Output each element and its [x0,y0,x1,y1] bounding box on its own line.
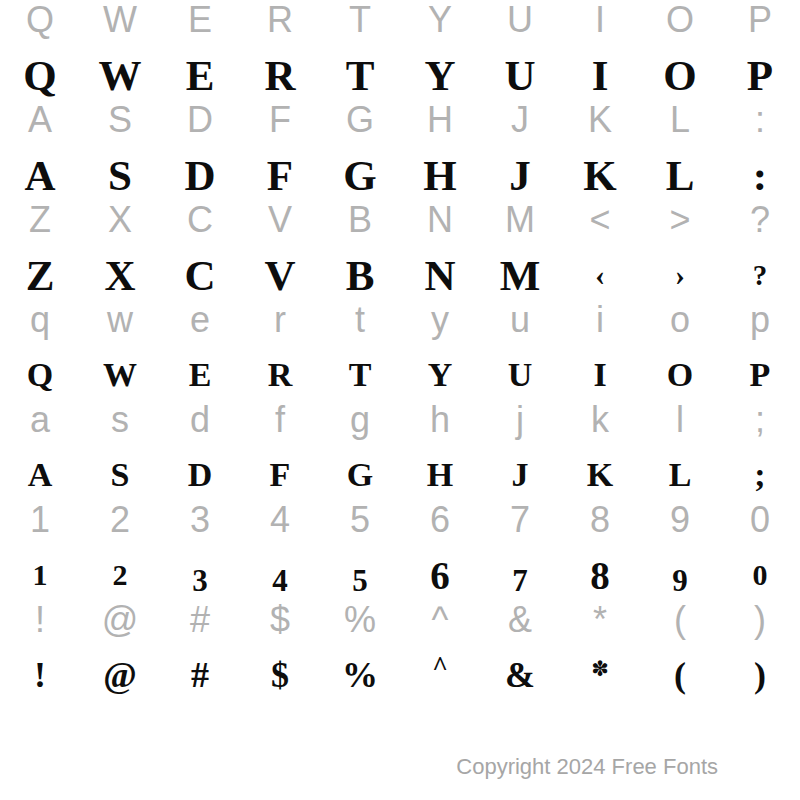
glyph-cell-r10c1: A [0,450,80,500]
glyph-cell-r7c5: t [320,295,400,345]
glyph-cell-r8c2: W [80,350,160,400]
glyph-cell-r8c10: P [720,350,800,400]
glyph-cell-r9c4: f [240,395,320,445]
glyph-cell-r8c7: U [480,350,560,400]
glyph-cell-r10c5: G [320,450,400,500]
glyph-cell-r10c4: F [240,450,320,500]
glyph-cell-r13c7: & [480,595,560,645]
glyph-cell-r11c10: 0 [720,495,800,545]
glyph-cell-r6c7: M [480,250,560,300]
glyph-cell-r5c1: Z [0,195,80,245]
glyph-cell-r3c4: F [240,95,320,145]
glyph-cell-r4c4: F [240,150,320,200]
glyph-cell-r3c9: L [640,95,720,145]
glyph-cell-r6c5: B [320,250,400,300]
glyph-cell-r10c3: D [160,450,240,500]
glyph-cell-r14c6: ^ [400,641,480,691]
glyph-cell-r3c7: J [480,95,560,145]
glyph-cell-r2c6: Y [400,50,480,100]
glyph-cell-r2c10: P [720,50,800,100]
glyph-cell-r7c9: o [640,295,720,345]
glyph-cell-r4c10: : [720,150,800,200]
glyph-cell-r7c4: r [240,295,320,345]
glyph-cell-r11c4: 4 [240,495,320,545]
glyph-cell-r2c3: E [160,50,240,100]
glyph-cell-r11c1: 1 [0,495,80,545]
glyph-cell-r5c7: M [480,195,560,245]
glyph-cell-r1c6: Y [400,0,480,45]
footer: Copyright 2024 Free Fonts [0,700,800,800]
glyph-cell-r1c10: P [720,0,800,45]
glyph-cell-r7c3: e [160,295,240,345]
glyph-cell-r9c8: k [560,395,640,445]
glyph-cell-r3c3: D [160,95,240,145]
glyph-cell-r14c3: # [160,650,240,700]
glyph-cell-r1c8: I [560,0,640,45]
glyph-cell-r9c7: j [480,395,560,445]
glyph-cell-r4c3: D [160,150,240,200]
glyph-cell-r1c5: T [320,0,400,45]
glyph-cell-r9c5: g [320,395,400,445]
glyph-cell-r11c9: 9 [640,495,720,545]
glyph-cell-r6c3: C [160,250,240,300]
glyph-cell-r11c5: 5 [320,495,400,545]
glyph-cell-r8c9: O [640,350,720,400]
glyph-cell-r7c10: p [720,295,800,345]
glyph-cell-r4c2: S [80,150,160,200]
glyph-cell-r8c8: I [560,350,640,400]
glyph-cell-r6c8: ‹ [560,250,640,300]
glyph-cell-r5c3: C [160,195,240,245]
glyph-cell-r6c9: › [640,250,720,300]
glyph-cell-r14c2: @ [80,650,160,700]
glyph-cell-r10c8: K [560,450,640,500]
glyph-cell-r14c8: ✽ [560,644,640,694]
glyph-cell-r1c9: O [640,0,720,45]
glyph-cell-r13c9: ( [640,595,720,645]
glyph-cell-r8c5: T [320,350,400,400]
glyph-cell-r8c3: E [160,350,240,400]
glyph-cell-r7c7: u [480,295,560,345]
glyph-cell-r5c5: B [320,195,400,245]
glyph-cell-r4c1: A [0,150,80,200]
glyph-cell-r10c10: ; [720,450,800,500]
glyph-cell-r6c1: Z [0,250,80,300]
glyph-cell-r14c10: ) [720,650,800,700]
glyph-cell-r1c3: E [160,0,240,45]
glyph-cell-r14c9: ( [640,650,720,700]
glyph-cell-r8c6: Y [400,350,480,400]
glyph-cell-r7c2: w [80,295,160,345]
glyph-cell-r2c9: O [640,50,720,100]
glyph-cell-r13c8: * [560,595,640,645]
glyph-cell-r4c6: H [400,150,480,200]
glyph-cell-r4c8: K [560,150,640,200]
glyph-cell-r9c3: d [160,395,240,445]
glyph-cell-r12c6: 6 [400,550,480,600]
glyph-cell-r10c7: J [480,450,560,500]
glyph-cell-r3c2: S [80,95,160,145]
glyph-cell-r2c8: I [560,50,640,100]
glyph-cell-r4c9: L [640,150,720,200]
glyph-cell-r2c7: U [480,50,560,100]
glyph-cell-r13c10: ) [720,595,800,645]
glyph-cell-r11c8: 8 [560,495,640,545]
glyph-cell-r4c5: G [320,150,400,200]
glyph-cell-r7c8: i [560,295,640,345]
glyph-cell-r3c6: H [400,95,480,145]
glyph-cell-r4c7: J [480,150,560,200]
glyph-cell-r13c3: # [160,595,240,645]
glyph-cell-r3c1: A [0,95,80,145]
copyright-text: Copyright 2024 Free Fonts [456,754,718,780]
glyph-cell-r7c1: q [0,295,80,345]
character-grid: QWERTYUIOPQWERTYUIOPASDFGHJKL:ASDFGHJKL:… [0,0,800,700]
glyph-cell-r1c4: R [240,0,320,45]
glyph-cell-r10c9: L [640,450,720,500]
glyph-cell-r11c6: 6 [400,495,480,545]
glyph-cell-r13c2: @ [80,595,160,645]
glyph-cell-r9c6: h [400,395,480,445]
glyph-cell-r2c4: R [240,50,320,100]
glyph-cell-r13c4: $ [240,595,320,645]
glyph-cell-r11c7: 7 [480,495,560,545]
glyph-cell-r8c4: R [240,350,320,400]
glyph-cell-r12c1: 1 [0,550,80,600]
glyph-cell-r1c1: Q [0,0,80,45]
glyph-cell-r10c2: S [80,450,160,500]
glyph-cell-r13c6: ^ [400,595,480,645]
glyph-cell-r9c2: s [80,395,160,445]
glyph-cell-r6c6: N [400,250,480,300]
glyph-cell-r2c5: T [320,50,400,100]
glyph-cell-r14c1: ! [0,650,80,700]
glyph-cell-r12c10: 0 [720,550,800,600]
glyph-cell-r5c9: > [640,195,720,245]
glyph-cell-r12c2: 2 [80,550,160,600]
glyph-cell-r3c8: K [560,95,640,145]
glyph-cell-r5c4: V [240,195,320,245]
glyph-cell-r14c5: % [320,650,400,700]
glyph-cell-r11c2: 2 [80,495,160,545]
glyph-cell-r14c4: $ [240,650,320,700]
glyph-cell-r13c1: ! [0,595,80,645]
glyph-cell-r6c2: X [80,250,160,300]
glyph-cell-r2c1: Q [0,50,80,100]
glyph-cell-r6c10: ? [720,250,800,300]
glyph-cell-r13c5: % [320,595,400,645]
glyph-cell-r9c10: ; [720,395,800,445]
glyph-cell-r3c5: G [320,95,400,145]
glyph-cell-r5c2: X [80,195,160,245]
glyph-cell-r1c7: U [480,0,560,45]
glyph-cell-r8c1: Q [0,350,80,400]
glyph-cell-r9c9: l [640,395,720,445]
glyph-cell-r5c8: < [560,195,640,245]
glyph-cell-r12c8: 8 [560,550,640,600]
glyph-cell-r6c4: V [240,250,320,300]
glyph-cell-r5c6: N [400,195,480,245]
glyph-cell-r11c3: 3 [160,495,240,545]
glyph-cell-r14c7: & [480,650,560,700]
glyph-cell-r2c2: W [80,50,160,100]
glyph-cell-r5c10: ? [720,195,800,245]
glyph-cell-r9c1: a [0,395,80,445]
glyph-cell-r3c10: : [720,95,800,145]
glyph-cell-r1c2: W [80,0,160,45]
glyph-cell-r7c6: y [400,295,480,345]
glyph-cell-r10c6: H [400,450,480,500]
